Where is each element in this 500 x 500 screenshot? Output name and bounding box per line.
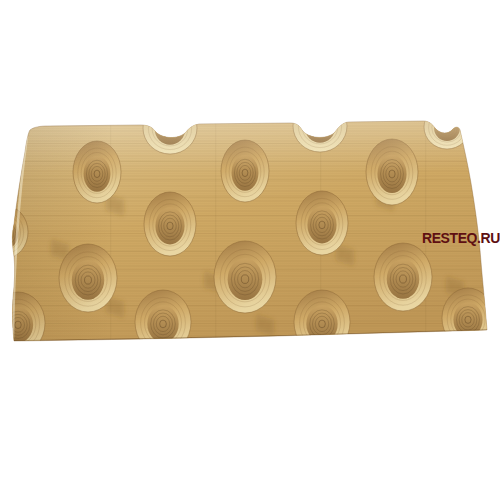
recess [144, 192, 196, 256]
recess [135, 290, 191, 354]
recess [374, 243, 432, 311]
recess [296, 191, 348, 255]
bamboo-board-image [0, 0, 500, 500]
recess [214, 241, 276, 313]
photo-canvas: { "watermark": { "text": "RESTEQ.RU", "c… [0, 0, 500, 500]
recess [294, 290, 350, 354]
watermark-text: RESTEQ.RU [418, 230, 500, 246]
